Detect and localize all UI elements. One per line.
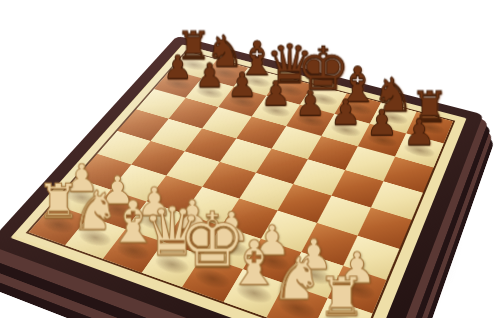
- photo-scene: ♜♞♝♛♚♝♞♜♟♟♟♟♟♟♟♟♟♟♟♟♟♟♟♟♜♞♝♛♚♝♞♜: [0, 0, 500, 318]
- board-margin: ♜♞♝♛♚♝♞♜♟♟♟♟♟♟♟♟♟♟♟♟♟♟♟♟♜♞♝♛♚♝♞♜: [10, 45, 466, 318]
- piece-black-pawn[interactable]: ♟: [227, 68, 257, 102]
- square-b4[interactable]: [131, 141, 184, 176]
- piece-black-pawn[interactable]: ♟: [261, 77, 292, 111]
- board-frame: ♜♞♝♛♚♝♞♜♟♟♟♟♟♟♟♟♟♟♟♟♟♟♟♟♜♞♝♛♚♝♞♜: [0, 36, 483, 318]
- product-photo: ♜♞♝♛♚♝♞♜♟♟♟♟♟♟♟♟♟♟♟♟♟♟♟♟♜♞♝♛♚♝♞♜: [0, 0, 500, 318]
- board-grid: ♜♞♝♛♚♝♞♜♟♟♟♟♟♟♟♟♟♟♟♟♟♟♟♟♜♞♝♛♚♝♞♜: [26, 50, 456, 318]
- piece-black-pawn[interactable]: ♟: [195, 59, 225, 92]
- piece-black-pawn[interactable]: ♟: [366, 105, 398, 140]
- piece-white-knight[interactable]: ♞: [271, 250, 324, 309]
- piece-black-pawn[interactable]: ♟: [163, 51, 192, 84]
- piece-black-pawn[interactable]: ♟: [403, 115, 435, 151]
- piece-white-rook[interactable]: ♜: [318, 270, 366, 318]
- piece-black-pawn[interactable]: ♟: [295, 86, 326, 121]
- piece-black-pawn[interactable]: ♟: [330, 95, 361, 130]
- chess-board-3d: ♜♞♝♛♚♝♞♜♟♟♟♟♟♟♟♟♟♟♟♟♟♟♟♟♜♞♝♛♚♝♞♜: [0, 36, 483, 318]
- square-h1[interactable]: ♜: [311, 298, 372, 318]
